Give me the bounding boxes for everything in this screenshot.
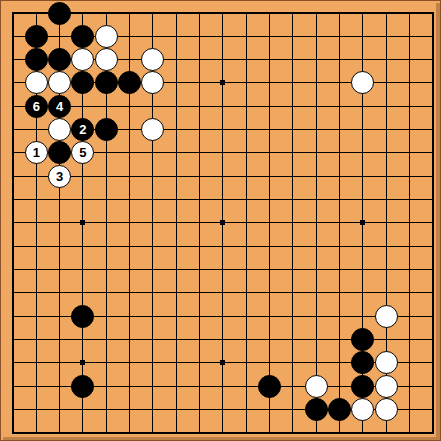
stone-black <box>95 118 118 141</box>
stone-black <box>25 48 48 71</box>
stone-white <box>141 71 164 94</box>
stone-black-move-6: 6 <box>25 95 48 118</box>
stone-black <box>95 71 118 94</box>
stone-black <box>258 375 281 398</box>
stone-white <box>48 118 71 141</box>
stone-white <box>375 398 398 421</box>
stone-white <box>25 71 48 94</box>
board-frame-shadow-right <box>436 3 440 440</box>
grid-line-vertical <box>246 12 247 434</box>
stone-black <box>48 2 71 25</box>
board-frame-shadow-bottom <box>3 437 440 440</box>
hoshi-point <box>220 80 225 85</box>
go-board[interactable]: 642153 <box>0 0 441 441</box>
stone-white <box>95 25 118 48</box>
stone-white <box>95 48 118 71</box>
stone-white <box>141 118 164 141</box>
stone-white <box>141 48 164 71</box>
stone-white <box>48 71 71 94</box>
stone-black <box>305 398 328 421</box>
hoshi-point <box>220 360 225 365</box>
stone-white-move-1: 1 <box>25 141 48 164</box>
hoshi-point <box>80 360 85 365</box>
stone-black-move-4: 4 <box>48 95 71 118</box>
grid-line-vertical <box>409 12 410 434</box>
stone-black <box>328 398 351 421</box>
stone-black <box>351 375 374 398</box>
stone-white <box>375 375 398 398</box>
stone-black <box>71 375 94 398</box>
stone-black <box>71 71 94 94</box>
grid-line-horizontal <box>12 432 434 434</box>
stone-white <box>351 71 374 94</box>
stone-black <box>351 351 374 374</box>
hoshi-point <box>360 220 365 225</box>
grid-line-vertical <box>339 12 340 434</box>
grid-line-vertical <box>316 12 317 434</box>
stone-black-move-2: 2 <box>71 118 94 141</box>
grid-line-vertical <box>292 12 293 434</box>
stone-white <box>71 48 94 71</box>
stone-black <box>351 328 374 351</box>
stone-black <box>118 71 141 94</box>
stone-black <box>25 25 48 48</box>
stone-white <box>375 351 398 374</box>
stone-white <box>375 305 398 328</box>
grid-line-horizontal <box>12 269 434 270</box>
hoshi-point <box>220 220 225 225</box>
stone-black <box>48 48 71 71</box>
grid-line-vertical <box>269 12 270 434</box>
stone-black <box>48 141 71 164</box>
stone-white-move-3: 3 <box>48 165 71 188</box>
stone-white <box>351 398 374 421</box>
stone-black <box>71 25 94 48</box>
stone-white <box>305 375 328 398</box>
grid-line-horizontal <box>12 292 434 293</box>
grid-line-vertical <box>432 12 434 434</box>
grid-line-horizontal <box>12 246 434 247</box>
stone-white-move-5: 5 <box>71 141 94 164</box>
hoshi-point <box>80 220 85 225</box>
stone-black <box>71 305 94 328</box>
